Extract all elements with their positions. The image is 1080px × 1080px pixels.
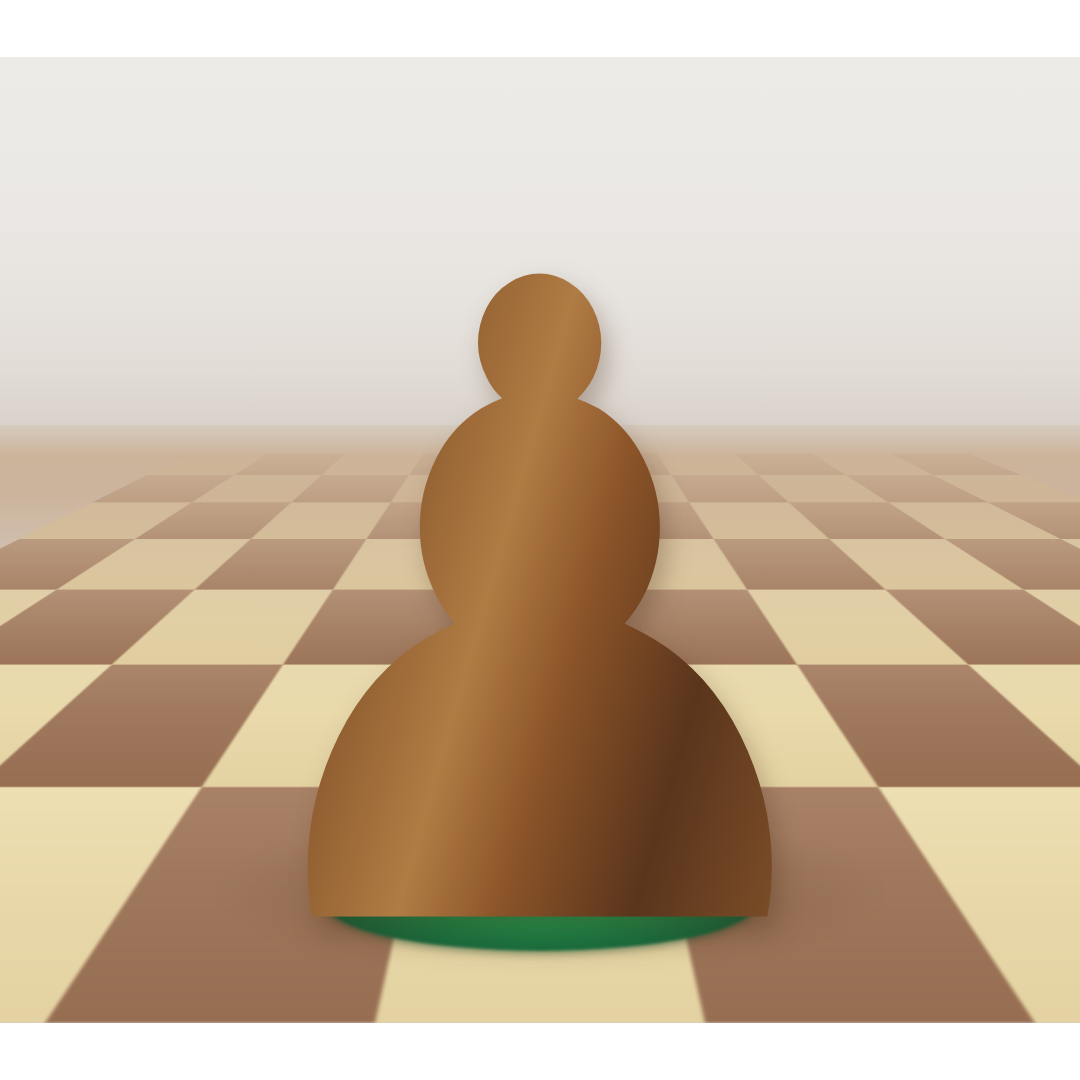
bottom-white-band	[0, 1023, 1080, 1080]
board-square-light	[1023, 590, 1080, 665]
board-square-light	[888, 502, 1060, 538]
board-square-dark	[988, 502, 1080, 538]
photo-area: ♟	[0, 57, 1080, 1023]
board-square-dark	[945, 539, 1080, 590]
board-square-light	[968, 665, 1080, 787]
board-square-dark	[890, 453, 1020, 475]
board-square-light	[1061, 539, 1080, 590]
dark-pawn: ♟	[193, 172, 887, 1023]
top-white-band	[0, 0, 1080, 57]
board-square-dark	[885, 590, 1080, 665]
board-square-light	[933, 475, 1080, 503]
